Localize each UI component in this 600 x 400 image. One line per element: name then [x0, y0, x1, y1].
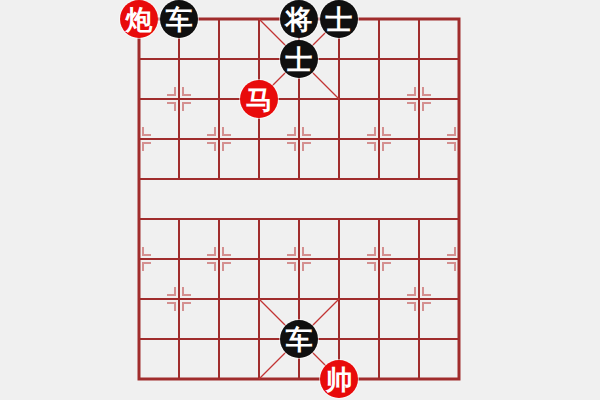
piece-red-horse[interactable]: 马 [240, 80, 278, 118]
piece-black-advisor[interactable]: 士 [280, 40, 318, 78]
piece-red-cannon[interactable]: 炮 [120, 0, 158, 38]
piece-black-chariot[interactable]: 车 [160, 0, 198, 38]
piece-black-advisor[interactable]: 士 [320, 0, 358, 38]
pieces-layer: 炮车将士士马车帅 [119, 0, 479, 399]
piece-black-chariot[interactable]: 车 [280, 320, 318, 358]
piece-black-general[interactable]: 将 [280, 0, 318, 38]
piece-red-general[interactable]: 帅 [320, 360, 358, 398]
xiangqi-stage: 炮车将士士马车帅 [0, 0, 600, 400]
